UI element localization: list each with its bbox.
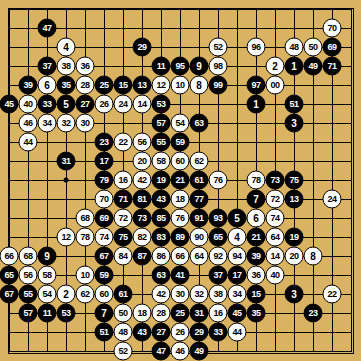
black-stone-55: 55 xyxy=(152,133,171,152)
white-stone-96: 96 xyxy=(247,38,266,57)
white-stone-82: 82 xyxy=(133,228,152,247)
white-stone-74: 74 xyxy=(95,228,114,247)
white-stone-48: 48 xyxy=(114,323,133,342)
white-stone-10: 10 xyxy=(76,266,95,285)
black-stone-23: 23 xyxy=(304,304,323,323)
black-stone-17: 17 xyxy=(228,266,247,285)
black-stone-29: 29 xyxy=(133,38,152,57)
black-stone-79: 79 xyxy=(95,171,114,190)
black-stone-49: 49 xyxy=(190,342,209,361)
white-stone-4: 4 xyxy=(57,38,76,57)
black-stone-69: 69 xyxy=(95,209,114,228)
white-stone-58: 58 xyxy=(38,266,57,285)
white-stone-8: 8 xyxy=(304,247,323,266)
white-stone-72: 72 xyxy=(266,190,285,209)
black-stone-67: 67 xyxy=(95,247,114,266)
black-stone-25: 25 xyxy=(95,76,114,95)
black-stone-85: 85 xyxy=(152,209,171,228)
white-stone-34: 34 xyxy=(228,285,247,304)
white-stone-24: 24 xyxy=(323,190,342,209)
white-stone-34: 34 xyxy=(38,114,57,133)
white-stone-50: 50 xyxy=(114,304,133,323)
black-stone-15: 15 xyxy=(114,76,133,95)
black-stone-51: 51 xyxy=(285,95,304,114)
white-stone-58: 58 xyxy=(152,152,171,171)
white-stone-30: 30 xyxy=(171,285,190,304)
white-stone-40: 40 xyxy=(19,95,38,114)
star-point xyxy=(64,178,69,183)
white-stone-40: 40 xyxy=(266,266,285,285)
black-stone-5: 5 xyxy=(57,95,76,114)
white-stone-92: 92 xyxy=(209,247,228,266)
black-stone-55: 55 xyxy=(19,285,38,304)
white-stone-76: 76 xyxy=(171,209,190,228)
black-stone-61: 61 xyxy=(114,285,133,304)
white-stone-12: 12 xyxy=(57,228,76,247)
white-stone-66: 66 xyxy=(0,247,19,266)
black-stone-97: 97 xyxy=(247,76,266,95)
white-stone-44: 44 xyxy=(19,133,38,152)
white-stone-68: 68 xyxy=(76,209,95,228)
white-stone-28: 28 xyxy=(76,76,95,95)
black-stone-39: 39 xyxy=(19,76,38,95)
white-stone-2: 2 xyxy=(266,57,285,76)
black-stone-21: 21 xyxy=(247,228,266,247)
black-stone-27: 27 xyxy=(76,95,95,114)
black-stone-11: 11 xyxy=(152,57,171,76)
white-stone-62: 62 xyxy=(190,152,209,171)
black-stone-57: 57 xyxy=(152,114,171,133)
black-stone-19: 19 xyxy=(285,228,304,247)
white-stone-32: 32 xyxy=(57,114,76,133)
black-stone-49: 49 xyxy=(304,57,323,76)
white-stone-84: 84 xyxy=(114,247,133,266)
black-stone-31: 31 xyxy=(190,304,209,323)
white-stone-26: 26 xyxy=(171,323,190,342)
black-stone-51: 51 xyxy=(95,323,114,342)
white-stone-26: 26 xyxy=(95,95,114,114)
white-stone-60: 60 xyxy=(171,152,190,171)
white-stone-4: 4 xyxy=(228,228,247,247)
white-stone-46: 46 xyxy=(19,114,38,133)
white-stone-18: 18 xyxy=(133,304,152,323)
black-stone-7: 7 xyxy=(95,304,114,323)
black-stone-7: 7 xyxy=(247,190,266,209)
white-stone-00: 00 xyxy=(266,76,285,95)
black-stone-17: 17 xyxy=(95,152,114,171)
black-stone-3: 3 xyxy=(285,285,304,304)
white-stone-94: 94 xyxy=(228,247,247,266)
black-stone-23: 23 xyxy=(95,133,114,152)
white-stone-46: 46 xyxy=(171,342,190,361)
black-stone-59: 59 xyxy=(95,266,114,285)
black-stone-43: 43 xyxy=(152,190,171,209)
black-stone-15: 15 xyxy=(247,285,266,304)
white-stone-66: 66 xyxy=(171,247,190,266)
black-stone-53: 53 xyxy=(57,304,76,323)
black-stone-45: 45 xyxy=(228,304,247,323)
white-stone-30: 30 xyxy=(76,114,95,133)
black-stone-45: 45 xyxy=(0,95,19,114)
black-stone-67: 67 xyxy=(0,285,19,304)
white-stone-70: 70 xyxy=(323,19,342,38)
white-stone-48: 48 xyxy=(285,38,304,57)
black-stone-1: 1 xyxy=(285,57,304,76)
black-stone-89: 89 xyxy=(171,228,190,247)
black-stone-61: 61 xyxy=(190,171,209,190)
white-stone-54: 54 xyxy=(38,285,57,304)
white-stone-6: 6 xyxy=(38,76,57,95)
black-stone-77: 77 xyxy=(190,190,209,209)
black-stone-83: 83 xyxy=(152,228,171,247)
white-stone-32: 32 xyxy=(190,285,209,304)
black-stone-87: 87 xyxy=(133,247,152,266)
white-stone-74: 74 xyxy=(266,209,285,228)
black-stone-29: 29 xyxy=(190,323,209,342)
white-stone-16: 16 xyxy=(114,171,133,190)
black-stone-93: 93 xyxy=(209,209,228,228)
white-stone-90: 90 xyxy=(190,228,209,247)
black-stone-13: 13 xyxy=(285,190,304,209)
black-stone-35: 35 xyxy=(57,76,76,95)
white-stone-22: 22 xyxy=(323,285,342,304)
white-stone-72: 72 xyxy=(114,209,133,228)
white-stone-12: 12 xyxy=(152,76,171,95)
white-stone-38: 38 xyxy=(57,57,76,76)
white-stone-52: 52 xyxy=(114,342,133,361)
white-stone-6: 6 xyxy=(247,209,266,228)
black-stone-3: 3 xyxy=(285,114,304,133)
white-stone-64: 64 xyxy=(190,247,209,266)
black-stone-73: 73 xyxy=(266,171,285,190)
white-stone-42: 42 xyxy=(152,285,171,304)
black-stone-11: 11 xyxy=(38,304,57,323)
black-stone-1: 1 xyxy=(247,95,266,114)
white-stone-42: 42 xyxy=(133,171,152,190)
black-stone-63: 63 xyxy=(190,114,209,133)
black-stone-9: 9 xyxy=(38,247,57,266)
white-stone-60: 60 xyxy=(95,285,114,304)
black-stone-75: 75 xyxy=(285,171,304,190)
white-stone-78: 78 xyxy=(247,171,266,190)
black-stone-95: 95 xyxy=(171,57,190,76)
black-stone-75: 75 xyxy=(114,228,133,247)
white-stone-36: 36 xyxy=(247,266,266,285)
white-stone-20: 20 xyxy=(133,152,152,171)
black-stone-13: 13 xyxy=(133,76,152,95)
white-stone-56: 56 xyxy=(19,266,38,285)
black-stone-63: 63 xyxy=(152,266,171,285)
black-stone-5: 5 xyxy=(228,209,247,228)
white-stone-56: 56 xyxy=(133,133,152,152)
black-stone-81: 81 xyxy=(133,190,152,209)
white-stone-78: 78 xyxy=(76,228,95,247)
black-stone-35: 35 xyxy=(247,304,266,323)
black-stone-47: 47 xyxy=(152,342,171,361)
white-stone-38: 38 xyxy=(209,285,228,304)
white-stone-68: 68 xyxy=(19,247,38,266)
black-stone-71: 71 xyxy=(114,190,133,209)
black-stone-37: 37 xyxy=(38,57,57,76)
white-stone-10: 10 xyxy=(171,76,190,95)
black-stone-9: 9 xyxy=(190,57,209,76)
white-stone-14: 14 xyxy=(266,247,285,266)
white-stone-52: 52 xyxy=(209,38,228,57)
white-stone-98: 98 xyxy=(209,57,228,76)
white-stone-2: 2 xyxy=(57,285,76,304)
black-stone-33: 33 xyxy=(38,95,57,114)
white-stone-54: 54 xyxy=(171,114,190,133)
white-stone-36: 36 xyxy=(76,57,95,76)
white-stone-64: 64 xyxy=(266,228,285,247)
black-stone-39: 39 xyxy=(247,247,266,266)
black-stone-47: 47 xyxy=(38,19,57,38)
black-stone-41: 41 xyxy=(171,266,190,285)
white-stone-62: 62 xyxy=(76,285,95,304)
white-stone-14: 14 xyxy=(133,95,152,114)
black-stone-27: 27 xyxy=(152,323,171,342)
white-stone-22: 22 xyxy=(114,133,133,152)
black-stone-43: 43 xyxy=(133,323,152,342)
go-board: 4770429529648506937383611959982149713963… xyxy=(0,0,361,361)
black-stone-73: 73 xyxy=(133,209,152,228)
black-stone-37: 37 xyxy=(209,266,228,285)
white-stone-24: 24 xyxy=(114,95,133,114)
black-stone-21: 21 xyxy=(171,171,190,190)
white-stone-8: 8 xyxy=(190,76,209,95)
black-stone-53: 53 xyxy=(152,95,171,114)
white-stone-20: 20 xyxy=(285,247,304,266)
white-stone-70: 70 xyxy=(95,190,114,209)
white-stone-86: 86 xyxy=(152,247,171,266)
white-stone-28: 28 xyxy=(152,304,171,323)
black-stone-25: 25 xyxy=(171,304,190,323)
black-stone-31: 31 xyxy=(57,152,76,171)
black-stone-69: 69 xyxy=(323,38,342,57)
white-stone-18: 18 xyxy=(171,190,190,209)
black-stone-91: 91 xyxy=(190,209,209,228)
black-stone-65: 65 xyxy=(209,228,228,247)
black-stone-71: 71 xyxy=(323,57,342,76)
white-stone-44: 44 xyxy=(228,323,247,342)
black-stone-19: 19 xyxy=(152,171,171,190)
white-stone-76: 76 xyxy=(209,171,228,190)
black-stone-57: 57 xyxy=(19,304,38,323)
white-stone-16: 16 xyxy=(209,304,228,323)
black-stone-33: 33 xyxy=(209,323,228,342)
black-stone-65: 65 xyxy=(0,266,19,285)
black-stone-59: 59 xyxy=(171,133,190,152)
white-stone-50: 50 xyxy=(304,38,323,57)
black-stone-99: 99 xyxy=(209,76,228,95)
